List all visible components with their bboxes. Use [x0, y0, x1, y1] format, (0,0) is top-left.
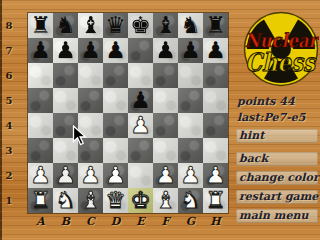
square-c8[interactable]: ♝: [78, 13, 103, 38]
square-c3[interactable]: [78, 138, 103, 163]
square-c7[interactable]: ♟: [78, 38, 103, 63]
square-a4[interactable]: [28, 113, 53, 138]
file-label-f: F: [153, 213, 178, 229]
file-label-b: B: [53, 213, 78, 229]
file-label-e: E: [128, 213, 153, 229]
square-e8[interactable]: ♚: [128, 13, 153, 38]
square-a3[interactable]: [28, 138, 53, 163]
square-f3[interactable]: [153, 138, 178, 163]
square-c2[interactable]: ♟: [78, 163, 103, 188]
square-c1[interactable]: ♝: [78, 188, 103, 213]
square-d8[interactable]: ♛: [103, 13, 128, 38]
piece-black-knight: ♞: [55, 13, 76, 38]
piece-white-queen: ♛: [105, 188, 126, 213]
piece-white-pawn: ♟: [130, 113, 151, 138]
restart-game-button[interactable]: restart game: [236, 190, 318, 204]
square-g6[interactable]: [178, 63, 203, 88]
rank-label-5: 5: [0, 88, 18, 113]
piece-white-pawn: ♟: [55, 163, 76, 188]
square-g7[interactable]: ♟: [178, 38, 203, 63]
rank-label-4: 4: [0, 113, 18, 138]
square-d4[interactable]: [103, 113, 128, 138]
square-a1[interactable]: ♜: [28, 188, 53, 213]
square-d1[interactable]: ♛: [103, 188, 128, 213]
piece-black-rook: ♜: [205, 13, 226, 38]
square-f7[interactable]: ♟: [153, 38, 178, 63]
piece-black-bishop: ♝: [155, 13, 176, 38]
square-b1[interactable]: ♞: [53, 188, 78, 213]
square-e6[interactable]: [128, 63, 153, 88]
square-b7[interactable]: ♟: [53, 38, 78, 63]
file-label-h: H: [203, 213, 228, 229]
file-label-g: G: [178, 213, 203, 229]
square-d7[interactable]: ♟: [103, 38, 128, 63]
piece-black-pawn: ♟: [205, 38, 226, 63]
square-h5[interactable]: [203, 88, 228, 113]
square-f6[interactable]: [153, 63, 178, 88]
square-g2[interactable]: ♟: [178, 163, 203, 188]
piece-black-knight: ♞: [180, 13, 201, 38]
file-label-c: C: [78, 213, 103, 229]
piece-black-rook: ♜: [30, 13, 51, 38]
square-g1[interactable]: ♞: [178, 188, 203, 213]
square-h3[interactable]: [203, 138, 228, 163]
rank-label-3: 3: [0, 138, 18, 163]
points-label: points 44: [237, 95, 319, 108]
square-e4[interactable]: ♟: [128, 113, 153, 138]
square-f4[interactable]: [153, 113, 178, 138]
piece-white-bishop: ♝: [155, 188, 176, 213]
file-label-a: A: [28, 213, 53, 229]
piece-white-pawn: ♟: [180, 163, 201, 188]
rank-label-6: 6: [0, 63, 18, 88]
piece-white-pawn: ♟: [155, 163, 176, 188]
main-menu-button[interactable]: main menu: [236, 209, 318, 223]
piece-white-pawn: ♟: [105, 163, 126, 188]
square-a8[interactable]: ♜: [28, 13, 53, 38]
square-f1[interactable]: ♝: [153, 188, 178, 213]
piece-white-pawn: ♟: [205, 163, 226, 188]
square-h8[interactable]: ♜: [203, 13, 228, 38]
piece-white-pawn: ♟: [30, 163, 51, 188]
square-e7[interactable]: [128, 38, 153, 63]
square-d6[interactable]: [103, 63, 128, 88]
piece-white-king: ♚: [130, 188, 151, 213]
piece-black-pawn: ♟: [80, 38, 101, 63]
piece-white-knight: ♞: [55, 188, 76, 213]
square-a6[interactable]: [28, 63, 53, 88]
piece-black-queen: ♛: [105, 13, 126, 38]
square-d3[interactable]: [103, 138, 128, 163]
square-e2[interactable]: [128, 163, 153, 188]
square-h2[interactable]: ♟: [203, 163, 228, 188]
square-f5[interactable]: [153, 88, 178, 113]
square-g8[interactable]: ♞: [178, 13, 203, 38]
square-b3[interactable]: [53, 138, 78, 163]
back-button[interactable]: back: [236, 152, 318, 166]
piece-white-bishop: ♝: [80, 188, 101, 213]
square-h6[interactable]: [203, 63, 228, 88]
square-f2[interactable]: ♟: [153, 163, 178, 188]
piece-black-pawn: ♟: [155, 38, 176, 63]
square-d2[interactable]: ♟: [103, 163, 128, 188]
square-b8[interactable]: ♞: [53, 13, 78, 38]
rank-label-8: 8: [0, 13, 18, 38]
nuclear-chess-logo: Nuclear Chess: [243, 11, 319, 87]
square-b5[interactable]: [53, 88, 78, 113]
piece-white-rook: ♜: [205, 188, 226, 213]
square-f8[interactable]: ♝: [153, 13, 178, 38]
square-b2[interactable]: ♟: [53, 163, 78, 188]
piece-black-pawn: ♟: [130, 88, 151, 113]
square-c6[interactable]: [78, 63, 103, 88]
square-e5[interactable]: ♟: [128, 88, 153, 113]
square-b6[interactable]: [53, 63, 78, 88]
piece-black-pawn: ♟: [55, 38, 76, 63]
square-b4[interactable]: [53, 113, 78, 138]
square-a7[interactable]: ♟: [28, 38, 53, 63]
square-d5[interactable]: [103, 88, 128, 113]
piece-black-bishop: ♝: [80, 13, 101, 38]
square-e3[interactable]: [128, 138, 153, 163]
square-a5[interactable]: [28, 88, 53, 113]
square-h4[interactable]: [203, 113, 228, 138]
piece-black-pawn: ♟: [180, 38, 201, 63]
rank-label-2: 2: [0, 163, 18, 188]
file-label-d: D: [103, 213, 128, 229]
square-g4[interactable]: [178, 113, 203, 138]
piece-white-pawn: ♟: [80, 163, 101, 188]
square-h1[interactable]: ♜: [203, 188, 228, 213]
rank-label-7: 7: [0, 38, 18, 63]
square-g5[interactable]: [178, 88, 203, 113]
square-e1[interactable]: ♚: [128, 188, 153, 213]
square-c4[interactable]: [78, 113, 103, 138]
hint-button[interactable]: hint: [236, 129, 318, 143]
piece-black-pawn: ♟: [30, 38, 51, 63]
logo-line2: Chess: [245, 48, 317, 77]
square-c5[interactable]: [78, 88, 103, 113]
square-g3[interactable]: [178, 138, 203, 163]
piece-black-king: ♚: [130, 13, 151, 38]
piece-black-pawn: ♟: [105, 38, 126, 63]
chess-board[interactable]: ♜♞♝♛♚♝♞♜♟♟♟♟♟♟♟♟♟♟♟♟♟♟♟♟♜♞♝♛♚♝♞♜: [28, 13, 228, 213]
change-color-button[interactable]: change color: [236, 171, 318, 185]
square-h7[interactable]: ♟: [203, 38, 228, 63]
square-a2[interactable]: ♟: [28, 163, 53, 188]
last-move-label: last:Pe7-e5: [237, 111, 319, 124]
rank-label-1: 1: [0, 188, 18, 213]
piece-white-knight: ♞: [180, 188, 201, 213]
piece-white-rook: ♜: [30, 188, 51, 213]
